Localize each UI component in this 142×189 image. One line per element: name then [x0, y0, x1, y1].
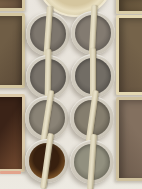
dish-row4-left [25, 139, 69, 183]
left-plate-2 [0, 13, 25, 88]
lab-tray-photo [0, 0, 142, 189]
dish-row4-right [70, 140, 114, 184]
left-plate-1 [0, 0, 25, 11]
right-plate-3 [116, 97, 142, 181]
right-plate-1 [116, 0, 142, 14]
left-plate-3 [0, 94, 25, 172]
right-plate-2 [116, 15, 142, 95]
tray-accent-line [0, 171, 21, 174]
